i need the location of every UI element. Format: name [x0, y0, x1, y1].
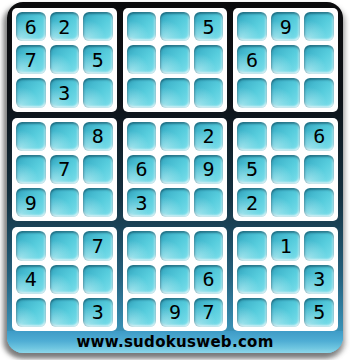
cell-r2c4[interactable]: [127, 45, 157, 74]
cell-r9c1[interactable]: [16, 298, 46, 327]
cell-r8c1[interactable]: 4: [16, 265, 46, 294]
given-digit: 9: [25, 193, 37, 213]
cell-r8c7[interactable]: [237, 265, 267, 294]
given-digit: 2: [58, 17, 70, 37]
cell-r8c8[interactable]: [271, 265, 301, 294]
footer-bar: www.sudokusweb.com: [7, 331, 343, 353]
cell-r1c3[interactable]: [83, 12, 113, 41]
cell-r6c4[interactable]: 3: [127, 188, 157, 217]
given-digit: 6: [25, 17, 37, 37]
cell-r2c9[interactable]: [304, 45, 334, 74]
cell-r5c6[interactable]: 9: [194, 155, 224, 184]
cell-r3c3[interactable]: [83, 78, 113, 107]
cell-r4c7[interactable]: [237, 122, 267, 151]
given-digit: 3: [58, 83, 70, 103]
box-0-2: 96: [233, 8, 338, 112]
cell-r2c8[interactable]: [271, 45, 301, 74]
cell-r5c9[interactable]: [304, 155, 334, 184]
cell-r2c1[interactable]: 7: [16, 45, 46, 74]
cell-r7c6[interactable]: [194, 231, 224, 260]
cell-r9c9[interactable]: 5: [304, 298, 334, 327]
cell-r5c5[interactable]: [160, 155, 190, 184]
given-digit: 1: [280, 236, 292, 256]
sudoku-board: 627535968792693652743697135: [12, 8, 338, 331]
box-1-1: 2693: [123, 118, 228, 222]
cell-r2c6[interactable]: [194, 45, 224, 74]
given-digit: 5: [92, 50, 104, 70]
cell-r4c9[interactable]: 6: [304, 122, 334, 151]
given-digit: 6: [246, 50, 258, 70]
cell-r5c3[interactable]: [83, 155, 113, 184]
cell-r9c2[interactable]: [50, 298, 80, 327]
given-digit: 5: [203, 17, 215, 37]
cell-r3c7[interactable]: [237, 78, 267, 107]
cell-r9c4[interactable]: [127, 298, 157, 327]
cell-r2c7[interactable]: 6: [237, 45, 267, 74]
cell-r6c9[interactable]: [304, 188, 334, 217]
cell-r5c2[interactable]: 7: [50, 155, 80, 184]
cell-r7c4[interactable]: [127, 231, 157, 260]
cell-r6c8[interactable]: [271, 188, 301, 217]
given-digit: 9: [280, 17, 292, 37]
cell-r6c6[interactable]: [194, 188, 224, 217]
cell-r7c5[interactable]: [160, 231, 190, 260]
cell-r4c4[interactable]: [127, 122, 157, 151]
cell-r5c4[interactable]: 6: [127, 155, 157, 184]
given-digit: 4: [25, 269, 37, 289]
cell-r2c3[interactable]: 5: [83, 45, 113, 74]
given-digit: 7: [58, 159, 70, 179]
cell-r7c3[interactable]: 7: [83, 231, 113, 260]
cell-r5c1[interactable]: [16, 155, 46, 184]
cell-r4c6[interactable]: 2: [194, 122, 224, 151]
cell-r8c5[interactable]: [160, 265, 190, 294]
cell-r7c1[interactable]: [16, 231, 46, 260]
cell-r4c3[interactable]: 8: [83, 122, 113, 151]
cell-r4c1[interactable]: [16, 122, 46, 151]
cell-r8c6[interactable]: 6: [194, 265, 224, 294]
cell-r8c4[interactable]: [127, 265, 157, 294]
website-url[interactable]: www.sudokusweb.com: [76, 333, 273, 351]
given-digit: 7: [203, 302, 215, 322]
cell-r7c9[interactable]: [304, 231, 334, 260]
cell-r3c5[interactable]: [160, 78, 190, 107]
cell-r6c3[interactable]: [83, 188, 113, 217]
given-digit: 5: [246, 159, 258, 179]
given-digit: 7: [25, 50, 37, 70]
cell-r7c2[interactable]: [50, 231, 80, 260]
cell-r9c7[interactable]: [237, 298, 267, 327]
cell-r8c3[interactable]: [83, 265, 113, 294]
cell-r5c8[interactable]: [271, 155, 301, 184]
cell-r9c3[interactable]: 3: [83, 298, 113, 327]
box-1-2: 652: [233, 118, 338, 222]
given-digit: 3: [135, 193, 147, 213]
given-digit: 3: [92, 302, 104, 322]
sudoku-widget-frame: 627535968792693652743697135 www.sudokusw…: [7, 2, 343, 353]
cell-r8c2[interactable]: [50, 265, 80, 294]
box-0-1: 5: [123, 8, 228, 112]
page-background: 627535968792693652743697135 www.sudokusw…: [0, 0, 350, 360]
cell-r1c1[interactable]: 6: [16, 12, 46, 41]
cell-r3c1[interactable]: [16, 78, 46, 107]
cell-r3c2[interactable]: 3: [50, 78, 80, 107]
given-digit: 9: [169, 302, 181, 322]
given-digit: 8: [92, 126, 104, 146]
cell-r9c5[interactable]: 9: [160, 298, 190, 327]
cell-r1c8[interactable]: 9: [271, 12, 301, 41]
cell-r9c8[interactable]: [271, 298, 301, 327]
cell-r9c6[interactable]: 7: [194, 298, 224, 327]
cell-r6c7[interactable]: 2: [237, 188, 267, 217]
given-digit: 6: [313, 126, 325, 146]
cell-r3c9[interactable]: [304, 78, 334, 107]
box-2-2: 135: [233, 227, 338, 331]
box-1-0: 879: [12, 118, 117, 222]
cell-r2c2[interactable]: [50, 45, 80, 74]
cell-r1c4[interactable]: [127, 12, 157, 41]
cell-r6c1[interactable]: 9: [16, 188, 46, 217]
cell-r6c2[interactable]: [50, 188, 80, 217]
cell-r4c5[interactable]: [160, 122, 190, 151]
given-digit: 6: [135, 159, 147, 179]
given-digit: 9: [203, 159, 215, 179]
cell-r1c7[interactable]: [237, 12, 267, 41]
box-2-0: 743: [12, 227, 117, 331]
cell-r4c8[interactable]: [271, 122, 301, 151]
cell-r3c4[interactable]: [127, 78, 157, 107]
cell-r1c6[interactable]: 5: [194, 12, 224, 41]
box-2-1: 697: [123, 227, 228, 331]
cell-r1c9[interactable]: [304, 12, 334, 41]
cell-r1c5[interactable]: [160, 12, 190, 41]
cell-r2c5[interactable]: [160, 45, 190, 74]
cell-r4c2[interactable]: [50, 122, 80, 151]
given-digit: 5: [313, 302, 325, 322]
given-digit: 2: [203, 126, 215, 146]
cell-r7c7[interactable]: [237, 231, 267, 260]
given-digit: 3: [313, 269, 325, 289]
given-digit: 2: [246, 193, 258, 213]
cell-r6c5[interactable]: [160, 188, 190, 217]
cell-r3c6[interactable]: [194, 78, 224, 107]
box-0-0: 62753: [12, 8, 117, 112]
given-digit: 7: [92, 236, 104, 256]
cell-r7c8[interactable]: 1: [271, 231, 301, 260]
cell-r5c7[interactable]: 5: [237, 155, 267, 184]
cell-r8c9[interactable]: 3: [304, 265, 334, 294]
given-digit: 6: [203, 269, 215, 289]
cell-r3c8[interactable]: [271, 78, 301, 107]
cell-r1c2[interactable]: 2: [50, 12, 80, 41]
